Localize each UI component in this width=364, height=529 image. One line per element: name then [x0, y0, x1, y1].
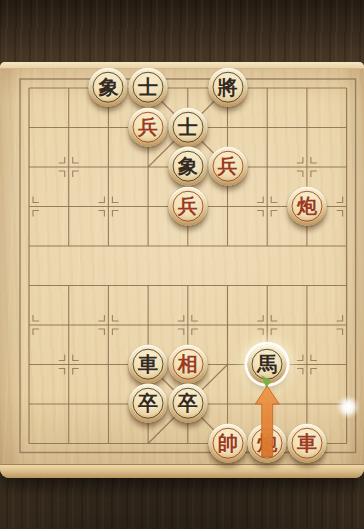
piece-red-chariot[interactable]: 車 [287, 423, 326, 462]
board-front-edge [0, 464, 364, 478]
piece-glyph: 象 [89, 68, 128, 107]
piece-black-soldier[interactable]: 卒 [129, 384, 168, 423]
piece-glyph: 兵 [129, 107, 168, 146]
piece-glyph: 兵 [208, 147, 247, 186]
piece-black-elephant[interactable]: 象 [168, 147, 207, 186]
piece-black-chariot[interactable]: 車 [129, 344, 168, 383]
piece-black-elephant[interactable]: 象 [89, 68, 128, 107]
sparkle-effect [336, 395, 360, 419]
piece-red-soldier[interactable]: 兵 [129, 107, 168, 146]
piece-black-soldier[interactable]: 卒 [168, 384, 207, 423]
piece-glyph: 卒 [129, 384, 168, 423]
piece-glyph: 士 [129, 68, 168, 107]
piece-glyph: 車 [287, 423, 326, 462]
piece-glyph: 馬 [248, 344, 287, 383]
piece-black-horse[interactable]: 馬 [248, 344, 287, 383]
piece-red-elephant[interactable]: 相 [168, 344, 207, 383]
piece-black-advisor[interactable]: 士 [168, 107, 207, 146]
piece-glyph: 將 [208, 68, 247, 107]
game-screen: 象士將兵士象兵兵炮車相馬卒卒帥炮車 [0, 0, 364, 529]
piece-glyph: 兵 [168, 186, 207, 225]
piece-red-cannon[interactable]: 炮 [248, 423, 287, 462]
piece-glyph: 炮 [248, 423, 287, 462]
piece-red-soldier[interactable]: 兵 [208, 147, 247, 186]
piece-black-advisor[interactable]: 士 [129, 68, 168, 107]
piece-glyph: 卒 [168, 384, 207, 423]
piece-glyph: 相 [168, 344, 207, 383]
piece-glyph: 象 [168, 147, 207, 186]
piece-red-general[interactable]: 帥 [208, 423, 247, 462]
piece-glyph: 炮 [287, 186, 326, 225]
piece-black-general[interactable]: 將 [208, 68, 247, 107]
piece-glyph: 車 [129, 344, 168, 383]
piece-glyph: 士 [168, 107, 207, 146]
piece-red-cannon[interactable]: 炮 [287, 186, 326, 225]
piece-glyph: 帥 [208, 423, 247, 462]
board-top-edge [0, 62, 364, 69]
piece-red-soldier[interactable]: 兵 [168, 186, 207, 225]
